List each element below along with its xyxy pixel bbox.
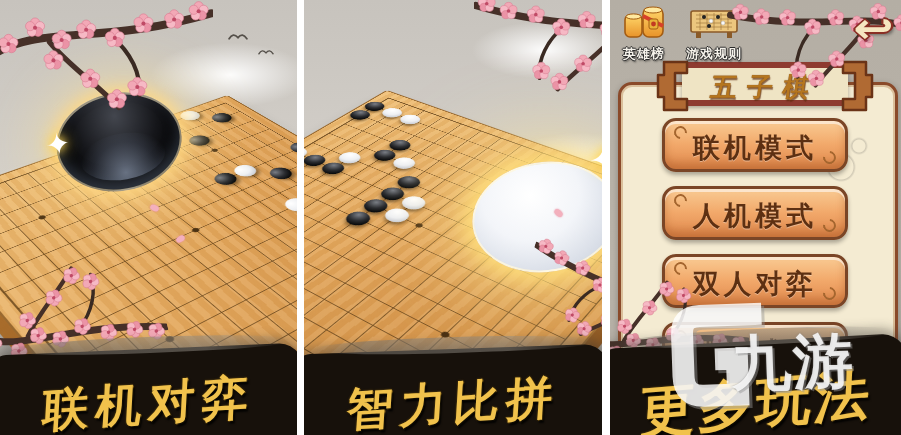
watermark-9game: 九游: [663, 291, 901, 429]
bird-icon: [258, 48, 274, 56]
leaderboard-button[interactable]: 英雄榜: [618, 4, 670, 63]
panel-divider: [297, 0, 304, 435]
panel-caption: 智力比拼: [304, 363, 602, 435]
button-label: 联机模式: [665, 130, 845, 166]
return-arrow-icon: ↩: [853, 4, 893, 53]
button-label: 人机模式: [665, 198, 845, 234]
bird-icon: [228, 32, 248, 41]
vs-ai-mode-button[interactable]: 人机模式: [662, 186, 848, 240]
watermark-text: 九游: [730, 321, 857, 406]
mini-goban-icon: [689, 6, 739, 40]
online-mode-button[interactable]: 联机模式: [662, 118, 848, 172]
star-point: [414, 223, 424, 229]
panel-intelligence: ✦ 智力比拼: [304, 0, 602, 435]
back-button[interactable]: ↩: [853, 4, 893, 53]
app-promo-screenshot: ✦ 联机对弈 ✦ 智力: [0, 0, 901, 435]
gold-stone-bowls-icon: [622, 4, 666, 40]
title-banner: 五子棋: [660, 60, 870, 108]
rules-button[interactable]: 游戏规则: [682, 6, 746, 63]
rules-label: 游戏规则: [682, 45, 746, 63]
panel-caption: 联机对弈: [0, 362, 297, 435]
ink-band: 联机对弈: [0, 342, 297, 435]
sparkle-icon: ✦: [586, 137, 602, 181]
stone-sheen: [77, 127, 169, 186]
ink-band: 智力比拼: [304, 343, 602, 435]
panel-menu: 英雄榜 游戏规则 ↩: [610, 0, 901, 435]
panel-divider: [602, 0, 610, 435]
game-title: 五子棋: [658, 70, 873, 105]
panel-online-play: ✦ 联机对弈: [0, 0, 297, 435]
leaderboard-label: 英雄榜: [618, 45, 670, 63]
sparkle-icon: ✦: [43, 128, 73, 162]
